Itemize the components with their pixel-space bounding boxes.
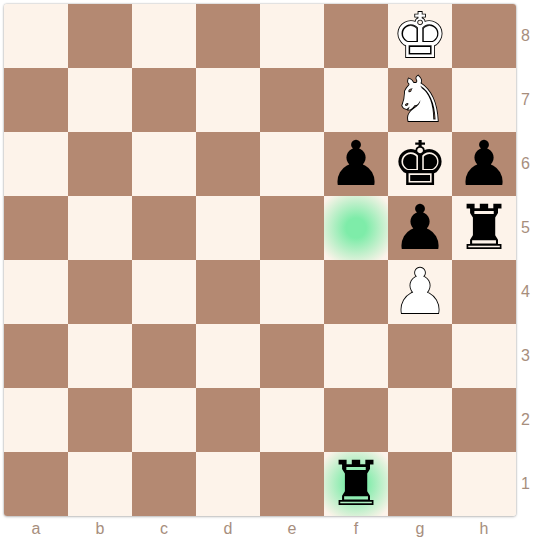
square-d3[interactable] [196, 324, 260, 388]
rank-labels: 87654321 [519, 4, 532, 516]
square-f2[interactable] [324, 388, 388, 452]
square-e5[interactable] [260, 196, 324, 260]
square-a6[interactable] [4, 132, 68, 196]
square-h5[interactable]: ♜ [452, 196, 516, 260]
square-f3[interactable] [324, 324, 388, 388]
rank-label-8: 8 [519, 4, 532, 68]
square-e4[interactable] [260, 260, 324, 324]
black-rook-icon[interactable]: ♜ [452, 196, 516, 260]
square-a2[interactable] [4, 388, 68, 452]
square-a1[interactable] [4, 452, 68, 516]
square-d2[interactable] [196, 388, 260, 452]
chess-board-container: ♚♞♟♚♟♟♜♟♜ 87654321 abcdefgh [0, 0, 533, 543]
square-b4[interactable] [68, 260, 132, 324]
square-f4[interactable] [324, 260, 388, 324]
square-a4[interactable] [4, 260, 68, 324]
square-g8[interactable]: ♚ [388, 4, 452, 68]
square-c4[interactable] [132, 260, 196, 324]
rank-label-5: 5 [519, 196, 532, 260]
black-pawn-icon[interactable]: ♟ [388, 196, 452, 260]
black-pawn-icon[interactable]: ♟ [324, 132, 388, 196]
file-label-h: h [452, 516, 516, 542]
square-a7[interactable] [4, 68, 68, 132]
square-f1[interactable]: ♜ [324, 452, 388, 516]
rank-label-7: 7 [519, 68, 532, 132]
square-f5[interactable] [324, 196, 388, 260]
file-labels: abcdefgh [4, 516, 516, 542]
rank-label-3: 3 [519, 324, 532, 388]
file-label-g: g [388, 516, 452, 542]
rank-label-1: 1 [519, 452, 532, 516]
square-b5[interactable] [68, 196, 132, 260]
rank-label-4: 4 [519, 260, 532, 324]
square-b1[interactable] [68, 452, 132, 516]
square-e3[interactable] [260, 324, 324, 388]
black-rook-icon[interactable]: ♜ [324, 452, 388, 516]
black-king-icon[interactable]: ♚ [388, 132, 452, 196]
square-b7[interactable] [68, 68, 132, 132]
square-c2[interactable] [132, 388, 196, 452]
square-e1[interactable] [260, 452, 324, 516]
square-b6[interactable] [68, 132, 132, 196]
rank-label-6: 6 [519, 132, 532, 196]
square-e6[interactable] [260, 132, 324, 196]
square-a5[interactable] [4, 196, 68, 260]
square-g6[interactable]: ♚ [388, 132, 452, 196]
square-e7[interactable] [260, 68, 324, 132]
square-c7[interactable] [132, 68, 196, 132]
black-pawn-icon[interactable]: ♟ [452, 132, 516, 196]
square-g4[interactable]: ♟ [388, 260, 452, 324]
square-b2[interactable] [68, 388, 132, 452]
square-h8[interactable] [452, 4, 516, 68]
square-g1[interactable] [388, 452, 452, 516]
file-label-b: b [68, 516, 132, 542]
square-g3[interactable] [388, 324, 452, 388]
square-d4[interactable] [196, 260, 260, 324]
square-h3[interactable] [452, 324, 516, 388]
file-label-a: a [4, 516, 68, 542]
square-e8[interactable] [260, 4, 324, 68]
square-g7[interactable]: ♞ [388, 68, 452, 132]
square-d6[interactable] [196, 132, 260, 196]
square-g5[interactable]: ♟ [388, 196, 452, 260]
square-a3[interactable] [4, 324, 68, 388]
file-label-c: c [132, 516, 196, 542]
chess-board: ♚♞♟♚♟♟♜♟♜ [4, 4, 516, 516]
white-king-icon[interactable]: ♚ [388, 4, 452, 68]
white-pawn-icon[interactable]: ♟ [388, 260, 452, 324]
square-f6[interactable]: ♟ [324, 132, 388, 196]
square-c3[interactable] [132, 324, 196, 388]
square-h7[interactable] [452, 68, 516, 132]
square-d1[interactable] [196, 452, 260, 516]
white-knight-icon[interactable]: ♞ [388, 68, 452, 132]
rank-label-2: 2 [519, 388, 532, 452]
file-label-d: d [196, 516, 260, 542]
square-h2[interactable] [452, 388, 516, 452]
file-label-e: e [260, 516, 324, 542]
square-c5[interactable] [132, 196, 196, 260]
square-a8[interactable] [4, 4, 68, 68]
square-c1[interactable] [132, 452, 196, 516]
square-h1[interactable] [452, 452, 516, 516]
square-b8[interactable] [68, 4, 132, 68]
square-b3[interactable] [68, 324, 132, 388]
square-h4[interactable] [452, 260, 516, 324]
square-g2[interactable] [388, 388, 452, 452]
square-e2[interactable] [260, 388, 324, 452]
square-d5[interactable] [196, 196, 260, 260]
square-c6[interactable] [132, 132, 196, 196]
square-h6[interactable]: ♟ [452, 132, 516, 196]
square-d8[interactable] [196, 4, 260, 68]
square-c8[interactable] [132, 4, 196, 68]
file-label-f: f [324, 516, 388, 542]
square-d7[interactable] [196, 68, 260, 132]
square-f7[interactable] [324, 68, 388, 132]
square-f8[interactable] [324, 4, 388, 68]
